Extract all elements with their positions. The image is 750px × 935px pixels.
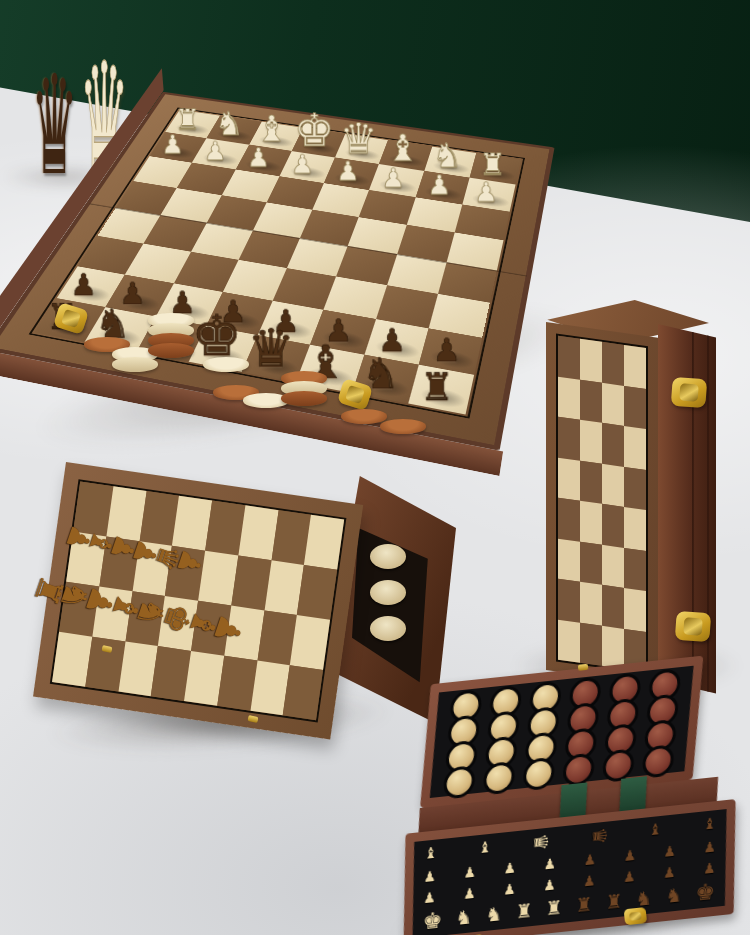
lid-disc-cream — [492, 688, 519, 716]
chess-piece-bR: ♜ — [421, 368, 455, 406]
lid-disc-brown — [646, 722, 673, 750]
stored-chess-piece-wP: ♟ — [503, 861, 516, 876]
chess-piece-wP: ♟ — [427, 172, 451, 199]
case-square-dark — [580, 622, 602, 666]
lid-disc-cream — [487, 739, 514, 767]
case-square-dark — [580, 541, 602, 585]
chess-piece-wQ: ♛ — [339, 118, 377, 160]
board-square-dark — [300, 210, 359, 246]
case-square-light — [624, 345, 646, 389]
chess-piece-wP: ♟ — [291, 152, 314, 178]
chess-piece-bP: ♟ — [433, 335, 462, 367]
case-square-light — [580, 420, 602, 464]
chess-piece-wB: ♝ — [386, 129, 419, 166]
case-square-dark — [602, 585, 624, 629]
checkers-stack — [203, 362, 249, 372]
lid-disc-brown — [607, 726, 634, 754]
stored-chess-piece-bR: ♜ — [605, 892, 622, 913]
lid-disc-brown — [571, 680, 598, 708]
chess-piece-wN: ♞ — [432, 140, 462, 173]
chess-piece-bQ: ♛ — [247, 322, 294, 375]
checker-disc-brown — [341, 409, 387, 424]
stored-discs — [370, 544, 406, 641]
case-checkered-face — [546, 322, 658, 686]
tent-square-dark — [283, 665, 323, 720]
case-square-dark — [624, 547, 646, 591]
chessmen-tray: ♝♝♛♛♝♝♟♟♟♟♟♟♟♟♟♟♟♟♟♟♟♟♚♞♞♜♜♜♜♞♞♚ — [423, 814, 717, 933]
board-square-light — [446, 232, 503, 270]
stored-chess-piece-wP: ♟ — [423, 869, 436, 884]
stored-disc-cream — [370, 580, 406, 605]
lid-disc-cream — [445, 768, 472, 796]
case-square-light — [580, 501, 602, 545]
lid-disc-brown — [609, 701, 636, 729]
tent-board-face: ♟♝♟♟♛♟ ♜♞♟♝♞♚♝♟ — [33, 462, 363, 740]
board-square-dark — [359, 190, 415, 225]
stored-chess-piece-bP: ♟ — [623, 848, 636, 863]
case-square-light — [624, 426, 646, 470]
case-square-light — [602, 463, 624, 507]
case-square-dark — [624, 385, 646, 429]
lid-disc-brown — [569, 705, 596, 733]
case-square-light — [558, 376, 580, 420]
tent-square-dark — [297, 565, 337, 620]
case-square-dark — [558, 417, 580, 461]
stored-chess-piece-bQ: ♛ — [590, 826, 609, 845]
case-board-grid — [558, 336, 646, 672]
case-square-light — [602, 544, 624, 588]
case-square-dark — [602, 423, 624, 467]
case-square-light — [580, 339, 602, 383]
product-photo-scene: ♛ ♛ ♜♞♝♚♛♝♞♜♟♟♟♟♟♟♟♟♟♟♟♟♟♟♟♟♜♞♝♚♛♝♞♜ ♟♝♟… — [0, 0, 750, 935]
case-square-light — [602, 382, 624, 426]
case-square-light — [624, 507, 646, 551]
chess-piece-wK: ♚ — [294, 108, 335, 153]
stored-chess-piece-wR: ♜ — [545, 898, 562, 919]
checkers-stack — [380, 424, 426, 434]
stored-chess-piece-wB: ♝ — [478, 840, 492, 857]
checker-disc-cream — [203, 357, 249, 372]
lid-disc-cream — [489, 713, 516, 741]
board-square-dark — [336, 246, 397, 285]
tent-square-light — [290, 615, 330, 670]
brass-latch — [675, 611, 711, 642]
lid-disc-cream — [450, 718, 477, 746]
stored-chess-piece-bK: ♚ — [695, 881, 715, 905]
standalone-dark-queen: ♛ — [31, 57, 78, 194]
stored-chess-piece-bP: ♟ — [663, 844, 676, 859]
lid-disc-brown — [604, 752, 631, 780]
base-felt: ♝♝♛♛♝♝♟♟♟♟♟♟♟♟♟♟♟♟♟♟♟♟♚♞♞♜♜♜♜♞♞♚ — [413, 809, 727, 935]
chess-piece-wP: ♟ — [247, 145, 270, 171]
lid-latch-plate — [578, 664, 589, 671]
stored-disc-cream — [370, 616, 406, 641]
stored-chess-piece-bP: ♟ — [623, 869, 636, 884]
lid-disc-brown — [565, 756, 592, 784]
chess-piece-wP: ♟ — [204, 139, 227, 165]
case-square-light — [624, 588, 646, 632]
stored-chess-piece-bP: ♟ — [703, 840, 716, 855]
case-square-dark — [558, 579, 580, 623]
lid-disc-brown — [649, 697, 676, 725]
checkers-stack — [281, 376, 327, 406]
brass-latch — [671, 377, 707, 408]
lid-disc-cream — [485, 764, 512, 792]
lid-disc-cream — [529, 709, 556, 737]
case-square-dark — [558, 336, 580, 380]
stored-disc-cream — [370, 544, 406, 569]
stored-chess-piece-wN: ♞ — [485, 904, 502, 925]
stored-chess-piece-wP: ♟ — [463, 865, 476, 880]
case-square-dark — [580, 379, 602, 423]
open-storage-case: ♝♝♛♛♝♝♟♟♟♟♟♟♟♟♟♟♟♟♟♟♟♟♚♞♞♜♜♜♜♞♞♚ — [383, 648, 750, 935]
checkers-stack — [341, 414, 387, 424]
lid-disc-brown — [611, 676, 638, 704]
stored-chess-piece-wP: ♟ — [543, 877, 556, 892]
chess-piece-wP: ♟ — [336, 158, 360, 184]
lid-disc-cream — [447, 743, 474, 771]
lid-checkers-tray — [438, 671, 685, 794]
lid-disc-cream — [525, 760, 552, 788]
brass-latch — [624, 907, 648, 925]
stored-chess-piece-bP: ♟ — [583, 873, 596, 888]
chess-piece-wP: ♟ — [474, 179, 498, 206]
lid-disc-brown — [567, 730, 594, 758]
stored-chess-piece-wN: ♞ — [455, 908, 472, 929]
stored-chess-piece-bP: ♟ — [583, 852, 596, 867]
board-square-light: ♟ — [369, 164, 424, 197]
stored-chess-piece-wP: ♟ — [463, 885, 476, 900]
stored-chess-piece-bB: ♝ — [649, 822, 663, 839]
chess-piece-bK: ♚ — [192, 308, 243, 365]
stored-chess-piece-wP: ♟ — [423, 890, 436, 905]
checker-disc-cream — [112, 357, 158, 372]
case-square-dark — [558, 498, 580, 542]
lid-disc-brown — [644, 747, 671, 775]
case-square-dark — [602, 342, 624, 386]
lid-disc-cream — [452, 692, 479, 720]
lid-disc-brown — [651, 671, 678, 699]
folded-board-standing — [532, 298, 742, 693]
chess-piece-wP: ♟ — [161, 132, 184, 158]
lid-disc-cream — [527, 735, 554, 763]
stored-chess-piece-bB: ♝ — [703, 816, 717, 833]
lid-disc-cream — [531, 684, 558, 712]
chess-piece-wP: ♟ — [381, 165, 405, 192]
stored-chess-piece-wB: ♝ — [424, 845, 438, 862]
stored-chess-piece-wP: ♟ — [503, 881, 516, 896]
half-open-folded-board: ♟♝♟♟♛♟ ♜♞♟♝♞♚♝♟ — [58, 450, 408, 755]
chess-piece-wR: ♜ — [480, 150, 507, 180]
case-square-light — [580, 582, 602, 626]
checkers-stack — [148, 318, 194, 358]
lid-felt — [430, 666, 694, 798]
checker-disc-brown — [148, 343, 194, 358]
stored-chess-piece-bN: ♞ — [635, 889, 652, 910]
stored-chess-piece-bN: ♞ — [665, 886, 682, 907]
case-square-dark — [624, 466, 646, 510]
checker-disc-brown — [281, 391, 327, 406]
case-square-light — [558, 619, 580, 663]
stored-chess-piece-bR: ♜ — [575, 895, 592, 916]
stored-chess-piece-wR: ♜ — [515, 901, 532, 922]
stored-chess-piece-wQ: ♛ — [532, 833, 551, 852]
chess-piece-wB: ♝ — [255, 111, 287, 147]
checker-disc-brown — [380, 419, 426, 434]
case-square-light — [558, 457, 580, 501]
stored-chess-piece-bP: ♟ — [663, 864, 676, 879]
case-square-dark — [580, 460, 602, 504]
case-square-light — [558, 538, 580, 582]
tent-square-light — [304, 515, 344, 570]
stored-chess-piece-wK: ♚ — [423, 909, 443, 933]
stored-chess-piece-bP: ♟ — [703, 860, 716, 875]
case-square-dark — [602, 504, 624, 548]
stored-chess-piece-wP: ♟ — [543, 856, 556, 871]
